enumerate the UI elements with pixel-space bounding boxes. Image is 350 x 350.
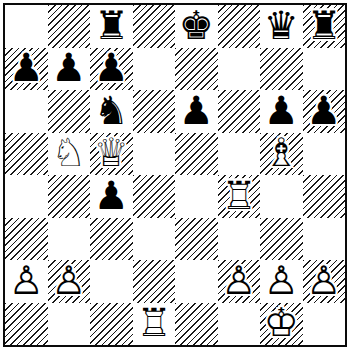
square-c2[interactable] (90, 260, 133, 303)
square-b1[interactable] (48, 303, 91, 346)
piece-white-king: ♚♔ (260, 303, 303, 346)
square-a4[interactable] (5, 175, 48, 218)
piece-black-pawn: ♟♟ (90, 175, 133, 218)
piece-glyph: ♟ (90, 48, 133, 91)
square-h8[interactable]: ♜♜ (303, 5, 346, 48)
piece-glyph: ♟ (303, 90, 346, 133)
piece-glyph: ♗ (260, 133, 303, 176)
piece-glyph: ♟ (48, 48, 91, 91)
square-g6[interactable]: ♟♟ (260, 90, 303, 133)
piece-glyph: ♔ (260, 303, 303, 346)
piece-glyph: ♙ (48, 260, 91, 303)
piece-glyph: ♟ (260, 90, 303, 133)
square-d4[interactable] (133, 175, 176, 218)
piece-black-queen: ♛♛ (260, 5, 303, 48)
piece-black-king: ♚♚ (175, 5, 218, 48)
square-e7[interactable] (175, 48, 218, 91)
square-h6[interactable]: ♟♟ (303, 90, 346, 133)
square-e1[interactable] (175, 303, 218, 346)
piece-glyph: ♟ (175, 90, 218, 133)
piece-black-pawn: ♟♟ (260, 90, 303, 133)
square-c3[interactable] (90, 218, 133, 261)
piece-white-rook: ♜♖ (133, 303, 176, 346)
square-h4[interactable] (303, 175, 346, 218)
square-b3[interactable] (48, 218, 91, 261)
piece-black-knight: ♞♞ (90, 90, 133, 133)
square-d7[interactable] (133, 48, 176, 91)
square-f5[interactable] (218, 133, 261, 176)
square-g4[interactable] (260, 175, 303, 218)
piece-white-pawn: ♟♙ (260, 260, 303, 303)
piece-black-pawn: ♟♟ (48, 48, 91, 91)
piece-glyph: ♙ (303, 260, 346, 303)
square-g5[interactable]: ♝♗ (260, 133, 303, 176)
square-g2[interactable]: ♟♙ (260, 260, 303, 303)
square-b7[interactable]: ♟♟ (48, 48, 91, 91)
square-a2[interactable]: ♟♙ (5, 260, 48, 303)
square-c7[interactable]: ♟♟ (90, 48, 133, 91)
square-e5[interactable] (175, 133, 218, 176)
square-h5[interactable] (303, 133, 346, 176)
square-a8[interactable] (5, 5, 48, 48)
piece-glyph: ♙ (5, 260, 48, 303)
piece-glyph: ♕ (90, 133, 133, 176)
square-g1[interactable]: ♚♔ (260, 303, 303, 346)
square-d5[interactable] (133, 133, 176, 176)
piece-white-knight: ♞♘ (48, 133, 91, 176)
piece-glyph: ♟ (90, 175, 133, 218)
square-e3[interactable] (175, 218, 218, 261)
square-e4[interactable] (175, 175, 218, 218)
square-d2[interactable] (133, 260, 176, 303)
square-h3[interactable] (303, 218, 346, 261)
piece-white-pawn: ♟♙ (48, 260, 91, 303)
square-a3[interactable] (5, 218, 48, 261)
square-a1[interactable] (5, 303, 48, 346)
piece-glyph: ♜ (90, 5, 133, 48)
square-f3[interactable] (218, 218, 261, 261)
piece-black-rook: ♜♜ (303, 5, 346, 48)
square-b6[interactable] (48, 90, 91, 133)
piece-white-queen: ♛♕ (90, 133, 133, 176)
piece-white-bishop: ♝♗ (260, 133, 303, 176)
square-c4[interactable]: ♟♟ (90, 175, 133, 218)
square-d1[interactable]: ♜♖ (133, 303, 176, 346)
piece-white-rook: ♜♖ (218, 175, 261, 218)
piece-glyph: ♜ (303, 5, 346, 48)
square-f1[interactable] (218, 303, 261, 346)
square-a7[interactable]: ♟♟ (5, 48, 48, 91)
square-a6[interactable] (5, 90, 48, 133)
piece-white-pawn: ♟♙ (303, 260, 346, 303)
square-f8[interactable] (218, 5, 261, 48)
square-h7[interactable] (303, 48, 346, 91)
chess-board: ♜♜♚♚♛♛♜♜♟♟♟♟♟♟♞♞♟♟♟♟♟♟♞♘♛♕♝♗♟♟♜♖♟♙♟♙♟♙♟♙… (5, 5, 345, 345)
square-e6[interactable]: ♟♟ (175, 90, 218, 133)
piece-glyph: ♖ (218, 175, 261, 218)
square-g7[interactable] (260, 48, 303, 91)
square-f7[interactable] (218, 48, 261, 91)
piece-glyph: ♙ (260, 260, 303, 303)
square-h2[interactable]: ♟♙ (303, 260, 346, 303)
square-f6[interactable] (218, 90, 261, 133)
square-g3[interactable] (260, 218, 303, 261)
square-e8[interactable]: ♚♚ (175, 5, 218, 48)
square-a5[interactable] (5, 133, 48, 176)
piece-white-pawn: ♟♙ (218, 260, 261, 303)
square-c5[interactable]: ♛♕ (90, 133, 133, 176)
square-f2[interactable]: ♟♙ (218, 260, 261, 303)
square-b2[interactable]: ♟♙ (48, 260, 91, 303)
square-b8[interactable] (48, 5, 91, 48)
piece-glyph: ♙ (218, 260, 261, 303)
piece-black-pawn: ♟♟ (175, 90, 218, 133)
piece-glyph: ♘ (48, 133, 91, 176)
square-d8[interactable] (133, 5, 176, 48)
square-f4[interactable]: ♜♖ (218, 175, 261, 218)
square-g8[interactable]: ♛♛ (260, 5, 303, 48)
piece-glyph: ♟ (5, 48, 48, 91)
square-d3[interactable] (133, 218, 176, 261)
square-c8[interactable]: ♜♜ (90, 5, 133, 48)
piece-black-pawn: ♟♟ (5, 48, 48, 91)
piece-glyph: ♛ (260, 5, 303, 48)
square-b4[interactable] (48, 175, 91, 218)
square-h1[interactable] (303, 303, 346, 346)
square-b5[interactable]: ♞♘ (48, 133, 91, 176)
piece-white-pawn: ♟♙ (5, 260, 48, 303)
square-e2[interactable] (175, 260, 218, 303)
piece-black-pawn: ♟♟ (90, 48, 133, 91)
piece-glyph: ♖ (133, 303, 176, 346)
piece-glyph: ♞ (90, 90, 133, 133)
chess-diagram: ♜♜♚♚♛♛♜♜♟♟♟♟♟♟♞♞♟♟♟♟♟♟♞♘♛♕♝♗♟♟♜♖♟♙♟♙♟♙♟♙… (3, 3, 347, 347)
piece-glyph: ♚ (175, 5, 218, 48)
square-c6[interactable]: ♞♞ (90, 90, 133, 133)
piece-black-rook: ♜♜ (90, 5, 133, 48)
square-c1[interactable] (90, 303, 133, 346)
piece-black-pawn: ♟♟ (303, 90, 346, 133)
square-d6[interactable] (133, 90, 176, 133)
